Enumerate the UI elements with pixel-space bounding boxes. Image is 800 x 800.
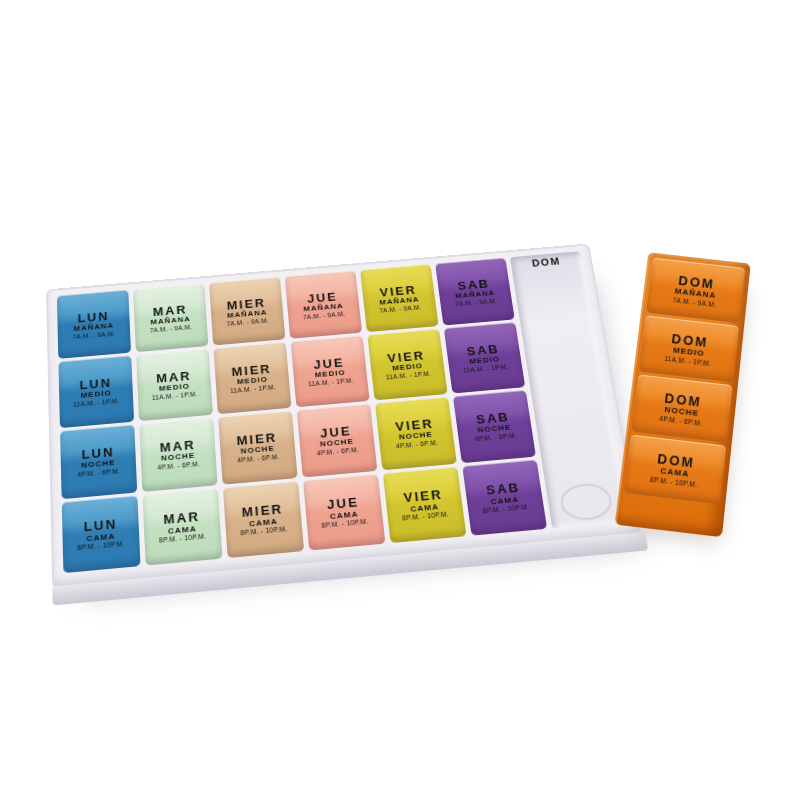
compartment-mar-manana: MAR MAÑANA 7A.M. - 9A.M. [133,283,208,352]
compartment-lun-medio: LUN MEDIO 11A.M. - 1P.M. [58,356,134,428]
compartment-dom-cama: DOM CAMA 8P.M. - 10P.M. [624,435,726,505]
compartment-mar-medio: MAR MEDIO 11A.M. - 1P.M. [136,349,213,421]
detached-dom-column: DOM MAÑANA 7A.M. - 9A.M. DOM MEDIO 11A.M… [615,252,751,537]
compartment-lun-manana: LUN MAÑANA 7A.M. - 9A.M. [57,290,131,359]
time-label: 8P.M. - 10P.M. [650,475,698,488]
compartment-jue-noche: JUE NOCHE 4P.M. - 6P.M. [297,403,378,477]
compartment-mar-noche: MAR NOCHE 4P.M. - 6P.M. [139,417,217,492]
compartment-dom-manana: DOM MAÑANA 7A.M. - 9A.M. [646,258,745,323]
time-label: 8P.M. - 10P.M. [482,503,530,514]
compartment-vier-medio: VIER MEDIO 11A.M. - 1P.M. [367,329,447,400]
compartment-lun-noche: LUN NOCHE 4P.M. - 6P.M. [60,424,137,499]
compartment-mier-medio: MIER MEDIO 11A.M. - 1P.M. [213,342,291,414]
pill-organizer-photo: LUN MAÑANA 7A.M. - 9A.M. LUN MEDIO 11A.M… [0,0,800,800]
time-label: 8P.M. - 10P.M. [402,511,450,522]
compartment-vier-cama: VIER CAMA 8P.M. - 10P.M. [383,466,467,543]
finger-notch [558,482,614,522]
dom-slot-label: DOM [510,254,582,270]
time-label: 8P.M. - 10P.M. [240,525,288,537]
compartment-sab-noche: SAB NOCHE 4P.M. - 6P.M. [453,389,536,463]
tray-grid: LUN MAÑANA 7A.M. - 9A.M. LUN MEDIO 11A.M… [57,251,628,573]
time-label: 8P.M. - 10P.M. [77,540,125,552]
day-column-lun: LUN MAÑANA 7A.M. - 9A.M. LUN MEDIO 11A.M… [57,290,141,573]
day-column-mar: MAR MAÑANA 7A.M. - 9A.M. MAR MEDIO 11A.M… [133,283,222,565]
compartment-mar-cama: MAR CAMA 8P.M. - 10P.M. [142,488,222,566]
compartment-mier-cama: MIER CAMA 8P.M. - 10P.M. [223,481,304,558]
time-label: 8P.M. - 10P.M. [321,518,369,529]
compartment-sab-cama: SAB CAMA 8P.M. - 10P.M. [462,459,547,535]
compartment-sab-manana: SAB MAÑANA 7A.M. - 9A.M. [435,258,515,326]
compartment-lun-cama: LUN CAMA 8P.M. - 10P.M. [62,495,141,573]
compartment-dom-noche: DOM NOCHE 4P.M. - 6P.M. [631,374,732,442]
compartment-jue-manana: JUE MAÑANA 7A.M. - 9A.M. [285,270,363,339]
compartment-vier-noche: VIER NOCHE 4P.M. - 6P.M. [375,396,457,470]
time-label: 11A.M. - 1P.M. [664,355,712,368]
compartment-dom-medio: DOM MEDIO 11A.M. - 1P.M. [639,315,739,382]
compartment-mier-manana: MIER MAÑANA 7A.M. - 9A.M. [209,277,285,346]
compartment-vier-manana: VIER MAÑANA 7A.M. - 9A.M. [360,264,439,332]
time-label: 8P.M. - 10P.M. [159,533,207,545]
compartment-sab-medio: SAB MEDIO 11A.M. - 1P.M. [444,322,525,393]
compartment-jue-medio: JUE MEDIO 11A.M. - 1P.M. [291,336,370,407]
compartment-jue-cama: JUE CAMA 8P.M. - 10P.M. [303,473,385,550]
compartment-mier-noche: MIER NOCHE 4P.M. - 6P.M. [218,410,298,484]
organizer-tray: LUN MAÑANA 7A.M. - 9A.M. LUN MEDIO 11A.M… [46,244,641,589]
